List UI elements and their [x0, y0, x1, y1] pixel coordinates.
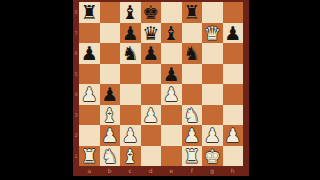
- black-pawn-icon: ♟: [100, 84, 121, 105]
- square-f1[interactable]: ♜: [182, 146, 203, 167]
- file-label-e: e: [161, 167, 182, 175]
- square-f5[interactable]: [182, 64, 203, 85]
- square-a2[interactable]: [79, 125, 100, 146]
- white-pawn-icon: ♟: [223, 125, 244, 146]
- file-label-b: b: [100, 167, 121, 175]
- white-rook-icon: ♜: [79, 146, 100, 167]
- square-g4[interactable]: [202, 84, 223, 105]
- file-label-a: a: [79, 167, 100, 175]
- square-a3[interactable]: [79, 105, 100, 126]
- square-h7[interactable]: ♟: [223, 23, 244, 44]
- square-b7[interactable]: [100, 23, 121, 44]
- screenshot-stage: 87654321 ♜♝♚♜♟♛♝♛♟♟♞♟♞♟♟♟♟♝♟♞♟♟♟♟♟♜♞♝♜♚ …: [0, 0, 320, 180]
- square-c6[interactable]: ♞: [120, 43, 141, 64]
- square-a1[interactable]: ♜: [79, 146, 100, 167]
- square-d6[interactable]: ♟: [141, 43, 162, 64]
- square-g1[interactable]: ♚: [202, 146, 223, 167]
- square-e7[interactable]: ♝: [161, 23, 182, 44]
- square-e8[interactable]: [161, 2, 182, 23]
- square-g3[interactable]: [202, 105, 223, 126]
- square-c2[interactable]: ♟: [120, 125, 141, 146]
- square-h6[interactable]: [223, 43, 244, 64]
- square-g6[interactable]: [202, 43, 223, 64]
- square-h8[interactable]: [223, 2, 244, 23]
- file-label-c: c: [120, 167, 141, 175]
- square-f2[interactable]: ♟: [182, 125, 203, 146]
- black-knight-icon: ♞: [182, 43, 203, 64]
- white-pawn-icon: ♟: [120, 125, 141, 146]
- square-f3[interactable]: ♞: [182, 105, 203, 126]
- black-pawn-icon: ♟: [223, 23, 244, 44]
- file-label-f: f: [182, 167, 203, 175]
- square-f8[interactable]: ♜: [182, 2, 203, 23]
- black-pawn-icon: ♟: [141, 43, 162, 64]
- black-knight-icon: ♞: [120, 43, 141, 64]
- square-c8[interactable]: ♝: [120, 2, 141, 23]
- square-h2[interactable]: ♟: [223, 125, 244, 146]
- square-e5[interactable]: ♟: [161, 64, 182, 85]
- square-b3[interactable]: ♝: [100, 105, 121, 126]
- square-c1[interactable]: ♝: [120, 146, 141, 167]
- file-labels: abcdefgh: [79, 167, 243, 175]
- white-pawn-icon: ♟: [202, 125, 223, 146]
- square-b5[interactable]: [100, 64, 121, 85]
- white-pawn-icon: ♟: [161, 84, 182, 105]
- file-label-d: d: [141, 167, 162, 175]
- black-rook-icon: ♜: [79, 2, 100, 23]
- white-pawn-icon: ♟: [141, 105, 162, 126]
- square-d3[interactable]: ♟: [141, 105, 162, 126]
- board-frame: 87654321 ♜♝♚♜♟♛♝♛♟♟♞♟♞♟♟♟♟♝♟♞♟♟♟♟♟♜♞♝♜♚ …: [73, 0, 249, 176]
- file-label-g: g: [202, 167, 223, 175]
- file-label-h: h: [223, 167, 244, 175]
- square-g7[interactable]: ♛: [202, 23, 223, 44]
- square-b4[interactable]: ♟: [100, 84, 121, 105]
- square-d4[interactable]: [141, 84, 162, 105]
- white-king-icon: ♚: [202, 146, 223, 167]
- square-f6[interactable]: ♞: [182, 43, 203, 64]
- square-e2[interactable]: [161, 125, 182, 146]
- square-b2[interactable]: ♟: [100, 125, 121, 146]
- square-h4[interactable]: [223, 84, 244, 105]
- square-a7[interactable]: [79, 23, 100, 44]
- black-pawn-icon: ♟: [79, 43, 100, 64]
- square-g5[interactable]: [202, 64, 223, 85]
- square-b6[interactable]: [100, 43, 121, 64]
- square-e3[interactable]: [161, 105, 182, 126]
- square-f7[interactable]: [182, 23, 203, 44]
- white-pawn-icon: ♟: [100, 125, 121, 146]
- square-b8[interactable]: [100, 2, 121, 23]
- square-c4[interactable]: [120, 84, 141, 105]
- white-pawn-icon: ♟: [182, 125, 203, 146]
- black-pawn-icon: ♟: [120, 23, 141, 44]
- white-queen-icon: ♛: [202, 23, 223, 44]
- square-a5[interactable]: [79, 64, 100, 85]
- black-pawn-icon: ♟: [161, 64, 182, 85]
- square-d1[interactable]: [141, 146, 162, 167]
- white-pawn-icon: ♟: [79, 84, 100, 105]
- white-bishop-icon: ♝: [120, 146, 141, 167]
- white-knight-icon: ♞: [100, 146, 121, 167]
- black-bishop-icon: ♝: [161, 23, 182, 44]
- square-d8[interactable]: ♚: [141, 2, 162, 23]
- square-c3[interactable]: [120, 105, 141, 126]
- square-a8[interactable]: ♜: [79, 2, 100, 23]
- black-king-icon: ♚: [141, 2, 162, 23]
- white-rook-icon: ♜: [182, 146, 203, 167]
- square-d7[interactable]: ♛: [141, 23, 162, 44]
- square-d5[interactable]: [141, 64, 162, 85]
- square-d2[interactable]: [141, 125, 162, 146]
- square-e4[interactable]: ♟: [161, 84, 182, 105]
- black-bishop-icon: ♝: [120, 2, 141, 23]
- square-a6[interactable]: ♟: [79, 43, 100, 64]
- square-h5[interactable]: [223, 64, 244, 85]
- square-h3[interactable]: [223, 105, 244, 126]
- square-a4[interactable]: ♟: [79, 84, 100, 105]
- white-knight-icon: ♞: [182, 105, 203, 126]
- chess-board[interactable]: ♜♝♚♜♟♛♝♛♟♟♞♟♞♟♟♟♟♝♟♞♟♟♟♟♟♜♞♝♜♚: [79, 2, 243, 166]
- square-b1[interactable]: ♞: [100, 146, 121, 167]
- white-bishop-icon: ♝: [100, 105, 121, 126]
- square-g8[interactable]: [202, 2, 223, 23]
- square-e1[interactable]: [161, 146, 182, 167]
- square-f4[interactable]: [182, 84, 203, 105]
- square-h1[interactable]: [223, 146, 244, 167]
- black-queen-icon: ♛: [141, 23, 162, 44]
- square-c7[interactable]: ♟: [120, 23, 141, 44]
- black-rook-icon: ♜: [182, 2, 203, 23]
- square-g2[interactable]: ♟: [202, 125, 223, 146]
- square-e6[interactable]: [161, 43, 182, 64]
- square-c5[interactable]: [120, 64, 141, 85]
